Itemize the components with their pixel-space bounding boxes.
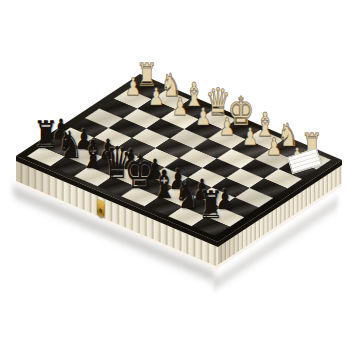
- white-pawn: ♟: [148, 85, 164, 109]
- white-pawn: ♟: [242, 125, 258, 149]
- black-knight: ♞: [174, 176, 200, 214]
- white-pawn: ♟: [266, 135, 282, 159]
- pieces-layer: ♜♞♝♛♚♝♞♜♟♟♟♟♟♟♟♟♟♟♟♟♟♟♟♟♜♞♝♛♚♝♞♜: [0, 0, 349, 349]
- black-rook: ♜: [198, 186, 224, 224]
- black-rook: ♜: [33, 116, 59, 154]
- white-pawn: ♟: [219, 115, 235, 139]
- black-bishop: ♝: [151, 166, 177, 205]
- chess-set-photo: ♜♞♝♛♚♝♞♜♟♟♟♟♟♟♟♟♟♟♟♟♟♟♟♟♜♞♝♛♚♝♞♜: [0, 0, 349, 349]
- white-pawn: ♟: [172, 95, 188, 119]
- white-pawn: ♟: [125, 75, 141, 99]
- black-knight: ♞: [57, 126, 83, 164]
- white-pawn: ♟: [195, 105, 211, 129]
